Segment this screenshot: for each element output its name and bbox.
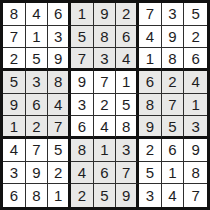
sudoku-cell-r3c8[interactable]: 8 bbox=[162, 48, 185, 71]
sudoku-cell-r7c8[interactable]: 6 bbox=[162, 139, 185, 162]
sudoku-cell-r6c9[interactable]: 3 bbox=[184, 116, 207, 139]
sudoku-cell-r1c2[interactable]: 4 bbox=[26, 3, 49, 26]
sudoku-cell-r4c6[interactable]: 1 bbox=[116, 71, 139, 94]
sudoku-cell-r9c1[interactable]: 6 bbox=[3, 184, 26, 207]
sudoku-cell-r4c8[interactable]: 2 bbox=[162, 71, 185, 94]
sudoku-cell-r3c1[interactable]: 2 bbox=[3, 48, 26, 71]
sudoku-cell-r5c5[interactable]: 2 bbox=[94, 94, 117, 117]
sudoku-cell-r3c2[interactable]: 5 bbox=[26, 48, 49, 71]
sudoku-cell-r5c2[interactable]: 6 bbox=[26, 94, 49, 117]
sudoku-cell-r6c5[interactable]: 4 bbox=[94, 116, 117, 139]
sudoku-board: 8461927357135864922597341865389716249643… bbox=[0, 0, 210, 210]
sudoku-cell-r1c7[interactable]: 7 bbox=[139, 3, 162, 26]
sudoku-cell-r7c5[interactable]: 1 bbox=[94, 139, 117, 162]
sudoku-cell-r6c1[interactable]: 1 bbox=[3, 116, 26, 139]
sudoku-cell-r8c5[interactable]: 6 bbox=[94, 162, 117, 185]
sudoku-cell-r9c7[interactable]: 3 bbox=[139, 184, 162, 207]
sudoku-cell-r8c2[interactable]: 9 bbox=[26, 162, 49, 185]
sudoku-cell-r4c2[interactable]: 3 bbox=[26, 71, 49, 94]
sudoku-cell-r2c9[interactable]: 2 bbox=[184, 26, 207, 49]
sudoku-cell-r9c2[interactable]: 8 bbox=[26, 184, 49, 207]
sudoku-cell-r2c3[interactable]: 3 bbox=[48, 26, 71, 49]
sudoku-cell-r9c6[interactable]: 9 bbox=[116, 184, 139, 207]
sudoku-cell-r9c8[interactable]: 4 bbox=[162, 184, 185, 207]
sudoku-cell-r1c6[interactable]: 2 bbox=[116, 3, 139, 26]
sudoku-cell-r7c4[interactable]: 8 bbox=[71, 139, 94, 162]
sudoku-cell-r9c3[interactable]: 1 bbox=[48, 184, 71, 207]
sudoku-cell-r2c2[interactable]: 1 bbox=[26, 26, 49, 49]
sudoku-cell-r8c9[interactable]: 8 bbox=[184, 162, 207, 185]
sudoku-cell-r6c4[interactable]: 6 bbox=[71, 116, 94, 139]
sudoku-cell-r4c1[interactable]: 5 bbox=[3, 71, 26, 94]
sudoku-cell-r7c6[interactable]: 3 bbox=[116, 139, 139, 162]
sudoku-cell-r6c2[interactable]: 2 bbox=[26, 116, 49, 139]
sudoku-cell-r5c4[interactable]: 3 bbox=[71, 94, 94, 117]
sudoku-cell-r8c7[interactable]: 5 bbox=[139, 162, 162, 185]
sudoku-cell-r2c8[interactable]: 9 bbox=[162, 26, 185, 49]
sudoku-cell-r7c1[interactable]: 4 bbox=[3, 139, 26, 162]
sudoku-cell-r3c5[interactable]: 3 bbox=[94, 48, 117, 71]
sudoku-cell-r5c7[interactable]: 8 bbox=[139, 94, 162, 117]
sudoku-cell-r2c5[interactable]: 8 bbox=[94, 26, 117, 49]
sudoku-cell-r9c9[interactable]: 7 bbox=[184, 184, 207, 207]
sudoku-cell-r3c7[interactable]: 1 bbox=[139, 48, 162, 71]
sudoku-cell-r7c9[interactable]: 9 bbox=[184, 139, 207, 162]
sudoku-cell-r3c3[interactable]: 9 bbox=[48, 48, 71, 71]
sudoku-cell-r6c7[interactable]: 9 bbox=[139, 116, 162, 139]
sudoku-cell-r5c6[interactable]: 5 bbox=[116, 94, 139, 117]
sudoku-cell-r1c3[interactable]: 6 bbox=[48, 3, 71, 26]
sudoku-cell-r4c3[interactable]: 8 bbox=[48, 71, 71, 94]
sudoku-cell-r2c4[interactable]: 5 bbox=[71, 26, 94, 49]
sudoku-cell-r4c5[interactable]: 7 bbox=[94, 71, 117, 94]
sudoku-cell-r6c6[interactable]: 8 bbox=[116, 116, 139, 139]
sudoku-cell-r8c6[interactable]: 7 bbox=[116, 162, 139, 185]
sudoku-cell-r1c9[interactable]: 5 bbox=[184, 3, 207, 26]
sudoku-cell-r1c4[interactable]: 1 bbox=[71, 3, 94, 26]
sudoku-cell-r5c1[interactable]: 9 bbox=[3, 94, 26, 117]
sudoku-cell-r3c4[interactable]: 7 bbox=[71, 48, 94, 71]
sudoku-cell-r4c4[interactable]: 9 bbox=[71, 71, 94, 94]
sudoku-cell-r4c7[interactable]: 6 bbox=[139, 71, 162, 94]
sudoku-cell-r1c5[interactable]: 9 bbox=[94, 3, 117, 26]
sudoku-cell-r8c8[interactable]: 1 bbox=[162, 162, 185, 185]
sudoku-cell-r5c3[interactable]: 4 bbox=[48, 94, 71, 117]
sudoku-cell-r9c4[interactable]: 2 bbox=[71, 184, 94, 207]
sudoku-cell-r9c5[interactable]: 5 bbox=[94, 184, 117, 207]
sudoku-cell-r8c3[interactable]: 2 bbox=[48, 162, 71, 185]
sudoku-cell-r5c8[interactable]: 7 bbox=[162, 94, 185, 117]
sudoku-cell-r6c3[interactable]: 7 bbox=[48, 116, 71, 139]
sudoku-cell-r1c8[interactable]: 3 bbox=[162, 3, 185, 26]
sudoku-cell-r7c2[interactable]: 7 bbox=[26, 139, 49, 162]
sudoku-cell-r3c9[interactable]: 6 bbox=[184, 48, 207, 71]
sudoku-cell-r2c7[interactable]: 4 bbox=[139, 26, 162, 49]
sudoku-cell-r8c1[interactable]: 3 bbox=[3, 162, 26, 185]
sudoku-cell-r4c9[interactable]: 4 bbox=[184, 71, 207, 94]
sudoku-cell-r8c4[interactable]: 4 bbox=[71, 162, 94, 185]
sudoku-cell-r7c3[interactable]: 5 bbox=[48, 139, 71, 162]
sudoku-cell-r6c8[interactable]: 5 bbox=[162, 116, 185, 139]
sudoku-cell-r7c7[interactable]: 2 bbox=[139, 139, 162, 162]
sudoku-cell-r1c1[interactable]: 8 bbox=[3, 3, 26, 26]
sudoku-cell-r2c6[interactable]: 6 bbox=[116, 26, 139, 49]
sudoku-cell-r2c1[interactable]: 7 bbox=[3, 26, 26, 49]
sudoku-cell-r3c6[interactable]: 4 bbox=[116, 48, 139, 71]
sudoku-cell-r5c9[interactable]: 1 bbox=[184, 94, 207, 117]
